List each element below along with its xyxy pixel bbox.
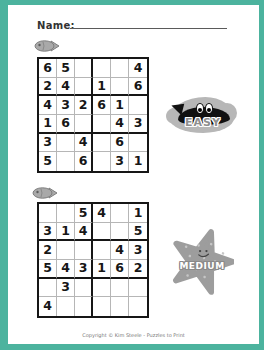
sudoku-cell-r5c6[interactable] xyxy=(129,279,147,298)
sudoku-cell-r3c5: 1 xyxy=(111,96,129,115)
sudoku-cell-r6c2[interactable] xyxy=(57,297,75,316)
sudoku-cell-r6c5[interactable] xyxy=(111,297,129,316)
sudoku-cell-r4c1: 5 xyxy=(39,260,57,279)
sudoku-cell-r4c2: 6 xyxy=(57,115,75,134)
sudoku-cell-r3c4: 6 xyxy=(93,96,111,115)
sudoku-cell-r1c3[interactable] xyxy=(75,59,93,78)
whale-eye-icon xyxy=(196,103,204,114)
sudoku-cell-r1c1[interactable] xyxy=(39,204,57,223)
sudoku-cell-r6c4[interactable] xyxy=(93,297,111,316)
sudoku-cell-r6c3: 6 xyxy=(75,152,93,171)
sudoku-cell-r1c4[interactable] xyxy=(93,59,111,78)
sudoku-cell-r1c2: 5 xyxy=(57,59,75,78)
copyright-text: Copyright © Kim Steele - Puzzles to Prin… xyxy=(8,332,259,338)
sudoku-cell-r3c1: 4 xyxy=(39,96,57,115)
sudoku-cell-r3c6[interactable] xyxy=(129,96,147,115)
difficulty-label-medium: MEDIUM xyxy=(167,261,237,271)
sudoku-cell-r2c2: 4 xyxy=(57,78,75,97)
sudoku-cell-r4c5: 4 xyxy=(111,115,129,134)
sudoku-cell-r1c1: 6 xyxy=(39,59,57,78)
sudoku-cell-r6c6: 1 xyxy=(129,152,147,171)
sudoku-cell-r1c6: 4 xyxy=(129,59,147,78)
sudoku-cell-r5c4[interactable] xyxy=(93,134,111,153)
sudoku-cell-r5c5: 6 xyxy=(111,134,129,153)
name-label: Name: xyxy=(37,20,75,31)
sudoku-cell-r6c1: 5 xyxy=(39,152,57,171)
fish-icon xyxy=(32,186,58,200)
sudoku-cell-r2c1: 3 xyxy=(39,223,57,242)
sudoku-cell-r5c5[interactable] xyxy=(111,279,129,298)
sudoku-cell-r4c5: 6 xyxy=(111,260,129,279)
sudoku-cell-r3c3[interactable] xyxy=(75,241,93,260)
sudoku-cell-r5c4[interactable] xyxy=(93,279,111,298)
sudoku-cell-r3c6: 3 xyxy=(129,241,147,260)
sudoku-cell-r5c6[interactable] xyxy=(129,134,147,153)
sudoku-cell-r6c5: 3 xyxy=(111,152,129,171)
sudoku-cell-r5c1: 3 xyxy=(39,134,57,153)
sudoku-cell-r2c3[interactable] xyxy=(75,78,93,97)
sudoku-cell-r3c5: 4 xyxy=(111,241,129,260)
sudoku-cell-r4c3: 3 xyxy=(75,260,93,279)
sudoku-cell-r5c3[interactable] xyxy=(75,279,93,298)
starfish-icon xyxy=(170,225,234,295)
name-row: Name: xyxy=(37,14,237,30)
sudoku-cell-r2c4: 1 xyxy=(93,78,111,97)
worksheet-page: Name: 65424164326116433465631 EASY 54131… xyxy=(8,5,259,344)
medium-badge: MEDIUM xyxy=(170,225,234,295)
sudoku-cell-r4c1: 1 xyxy=(39,115,57,134)
sudoku-cell-r2c1: 2 xyxy=(39,78,57,97)
sudoku-grid-easy: 65424164326116433465631 xyxy=(37,57,149,173)
easy-badge: EASY xyxy=(168,95,238,141)
sudoku-cell-r2c6: 6 xyxy=(129,78,147,97)
sudoku-cell-r3c2: 3 xyxy=(57,96,75,115)
sudoku-cell-r1c2[interactable] xyxy=(57,204,75,223)
sudoku-cell-r5c2: 3 xyxy=(57,279,75,298)
sudoku-cell-r2c6: 5 xyxy=(129,223,147,242)
sudoku-cell-r3c1: 2 xyxy=(39,241,57,260)
fish-icon xyxy=(34,39,60,53)
sudoku-cell-r1c6: 1 xyxy=(129,204,147,223)
sudoku-cell-r6c1: 4 xyxy=(39,297,57,316)
sudoku-cell-r2c5[interactable] xyxy=(111,223,129,242)
sudoku-cell-r1c4: 4 xyxy=(93,204,111,223)
sudoku-cell-r4c4: 1 xyxy=(93,260,111,279)
sudoku-cell-r6c6[interactable] xyxy=(129,297,147,316)
sudoku-cell-r6c3[interactable] xyxy=(75,297,93,316)
sudoku-cell-r6c2[interactable] xyxy=(57,152,75,171)
sudoku-cell-r3c4[interactable] xyxy=(93,241,111,260)
sudoku-cell-r5c2[interactable] xyxy=(57,134,75,153)
sudoku-cell-r1c5[interactable] xyxy=(111,204,129,223)
sudoku-cell-r2c2: 1 xyxy=(57,223,75,242)
sudoku-cell-r4c3[interactable] xyxy=(75,115,93,134)
sudoku-grid-medium: 541314524354316234 xyxy=(37,202,149,318)
sudoku-cell-r2c3: 4 xyxy=(75,223,93,242)
sudoku-cell-r5c3: 4 xyxy=(75,134,93,153)
sudoku-cell-r3c2[interactable] xyxy=(57,241,75,260)
sudoku-cell-r4c2: 4 xyxy=(57,260,75,279)
sudoku-cell-r4c6: 3 xyxy=(129,115,147,134)
sudoku-cell-r6c4[interactable] xyxy=(93,152,111,171)
sudoku-cell-r1c3: 5 xyxy=(75,204,93,223)
sudoku-cell-r1c5[interactable] xyxy=(111,59,129,78)
sudoku-cell-r3c3: 2 xyxy=(75,96,93,115)
difficulty-label-easy: EASY xyxy=(168,116,238,129)
name-line[interactable] xyxy=(70,27,227,29)
sudoku-cell-r2c4[interactable] xyxy=(93,223,111,242)
sudoku-cell-r4c4[interactable] xyxy=(93,115,111,134)
sudoku-cell-r4c6: 2 xyxy=(129,260,147,279)
sudoku-cell-r2c5[interactable] xyxy=(111,78,129,97)
whale-eye-icon xyxy=(205,103,213,114)
sudoku-cell-r5c1[interactable] xyxy=(39,279,57,298)
